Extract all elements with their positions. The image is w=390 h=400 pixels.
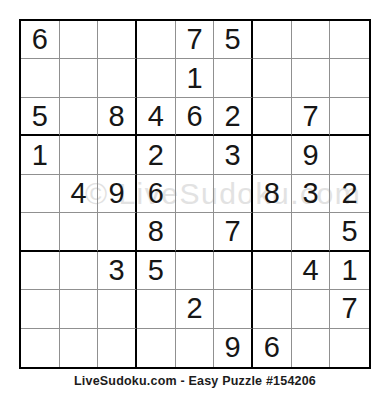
cell-r3c8[interactable]: 7: [292, 98, 331, 136]
cell-r6c8[interactable]: [292, 213, 331, 251]
cell-r5c4[interactable]: 6: [137, 175, 176, 213]
cell-r3c2[interactable]: [60, 98, 99, 136]
cell-r9c3[interactable]: [98, 329, 137, 367]
cell-r1c2[interactable]: [60, 21, 99, 59]
cell-r8c4[interactable]: [137, 290, 176, 328]
cell-r9c6[interactable]: 9: [214, 329, 253, 367]
cell-r1c8[interactable]: [292, 21, 331, 59]
cell-r5c2[interactable]: 4: [60, 175, 99, 213]
cell-r9c9[interactable]: [330, 329, 369, 367]
cell-r3c4[interactable]: 4: [137, 98, 176, 136]
cell-r4c1[interactable]: 1: [21, 136, 60, 174]
cell-r5c3[interactable]: 9: [98, 175, 137, 213]
cell-r8c3[interactable]: [98, 290, 137, 328]
cell-r1c5[interactable]: 7: [176, 21, 215, 59]
cell-r3c7[interactable]: [253, 98, 292, 136]
cell-r4c9[interactable]: [330, 136, 369, 174]
cell-r9c5[interactable]: [176, 329, 215, 367]
cell-r8c1[interactable]: [21, 290, 60, 328]
cell-r8c6[interactable]: [214, 290, 253, 328]
cell-r8c2[interactable]: [60, 290, 99, 328]
cell-r6c6[interactable]: 7: [214, 213, 253, 251]
cell-r1c3[interactable]: [98, 21, 137, 59]
cell-r6c7[interactable]: [253, 213, 292, 251]
cell-r8c7[interactable]: [253, 290, 292, 328]
cell-r1c7[interactable]: [253, 21, 292, 59]
cell-r2c1[interactable]: [21, 59, 60, 97]
cell-r5c8[interactable]: 3: [292, 175, 331, 213]
cell-r9c7[interactable]: 6: [253, 329, 292, 367]
cell-r4c3[interactable]: [98, 136, 137, 174]
cell-r1c6[interactable]: 5: [214, 21, 253, 59]
cell-r3c3[interactable]: 8: [98, 98, 137, 136]
cell-r2c2[interactable]: [60, 59, 99, 97]
sudoku-grid: 6751584627123949683287535412796: [21, 21, 369, 367]
cell-r5c9[interactable]: 2: [330, 175, 369, 213]
cell-r5c7[interactable]: 8: [253, 175, 292, 213]
cell-r7c4[interactable]: 5: [137, 252, 176, 290]
cell-r9c2[interactable]: [60, 329, 99, 367]
cell-r4c2[interactable]: [60, 136, 99, 174]
cell-r1c4[interactable]: [137, 21, 176, 59]
cell-r8c9[interactable]: 7: [330, 290, 369, 328]
cell-r7c1[interactable]: [21, 252, 60, 290]
cell-r7c6[interactable]: [214, 252, 253, 290]
cell-r9c4[interactable]: [137, 329, 176, 367]
cell-r7c7[interactable]: [253, 252, 292, 290]
cell-r3c5[interactable]: 6: [176, 98, 215, 136]
cell-r7c8[interactable]: 4: [292, 252, 331, 290]
cell-r2c3[interactable]: [98, 59, 137, 97]
cell-r4c7[interactable]: [253, 136, 292, 174]
cell-r4c4[interactable]: 2: [137, 136, 176, 174]
cell-r3c6[interactable]: 2: [214, 98, 253, 136]
cell-r5c5[interactable]: [176, 175, 215, 213]
cell-r8c8[interactable]: [292, 290, 331, 328]
caption: LiveSudoku.com - Easy Puzzle #154206: [0, 374, 390, 388]
cell-r2c7[interactable]: [253, 59, 292, 97]
cell-r2c4[interactable]: [137, 59, 176, 97]
cell-r4c6[interactable]: 3: [214, 136, 253, 174]
cell-r7c3[interactable]: 3: [98, 252, 137, 290]
cell-r7c5[interactable]: [176, 252, 215, 290]
cell-r3c9[interactable]: [330, 98, 369, 136]
cell-r2c8[interactable]: [292, 59, 331, 97]
cell-r6c5[interactable]: [176, 213, 215, 251]
cell-r2c5[interactable]: 1: [176, 59, 215, 97]
cell-r6c2[interactable]: [60, 213, 99, 251]
cell-r6c9[interactable]: 5: [330, 213, 369, 251]
cell-r4c5[interactable]: [176, 136, 215, 174]
cell-r2c9[interactable]: [330, 59, 369, 97]
cell-r1c1[interactable]: 6: [21, 21, 60, 59]
cell-r4c8[interactable]: 9: [292, 136, 331, 174]
cell-r5c6[interactable]: [214, 175, 253, 213]
cell-r6c3[interactable]: [98, 213, 137, 251]
cell-r5c1[interactable]: [21, 175, 60, 213]
cell-r6c1[interactable]: [21, 213, 60, 251]
cell-r8c5[interactable]: 2: [176, 290, 215, 328]
sudoku-board: © LiveSudoku.com 67515846271239496832875…: [19, 19, 371, 369]
cell-r9c1[interactable]: [21, 329, 60, 367]
cell-r9c8[interactable]: [292, 329, 331, 367]
cell-r1c9[interactable]: [330, 21, 369, 59]
cell-r6c4[interactable]: 8: [137, 213, 176, 251]
cell-r2c6[interactable]: [214, 59, 253, 97]
cell-r7c2[interactable]: [60, 252, 99, 290]
cell-r3c1[interactable]: 5: [21, 98, 60, 136]
cell-r7c9[interactable]: 1: [330, 252, 369, 290]
